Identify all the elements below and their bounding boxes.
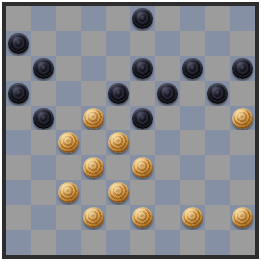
square-r1c9[interactable] <box>230 31 255 56</box>
square-r9c9[interactable] <box>230 230 255 255</box>
square-r3c8[interactable] <box>205 81 230 106</box>
square-r8c1[interactable] <box>31 205 56 230</box>
square-r1c4[interactable] <box>106 31 131 56</box>
square-r4c0[interactable] <box>6 106 31 131</box>
square-r6c4[interactable] <box>106 155 131 180</box>
square-r9c8[interactable] <box>205 230 230 255</box>
white-man-piece[interactable] <box>83 207 104 228</box>
square-r7c0[interactable] <box>6 180 31 205</box>
white-man-piece[interactable] <box>108 132 129 153</box>
black-man-piece[interactable] <box>33 108 54 129</box>
square-r2c5[interactable] <box>130 56 155 81</box>
square-r2c2[interactable] <box>56 56 81 81</box>
black-man-piece[interactable] <box>8 33 29 54</box>
black-man-piece[interactable] <box>132 8 153 29</box>
square-r9c1[interactable] <box>31 230 56 255</box>
square-r2c8[interactable] <box>205 56 230 81</box>
square-r0c9[interactable] <box>230 6 255 31</box>
square-r4c4[interactable] <box>106 106 131 131</box>
square-r7c1[interactable] <box>31 180 56 205</box>
square-r2c4[interactable] <box>106 56 131 81</box>
white-man-piece[interactable] <box>132 157 153 178</box>
square-r5c4[interactable] <box>106 130 131 155</box>
square-r2c6[interactable] <box>155 56 180 81</box>
draughts-app-window <box>0 0 261 261</box>
white-man-piece[interactable] <box>83 157 104 178</box>
white-man-piece[interactable] <box>58 132 79 153</box>
square-r4c5[interactable] <box>130 106 155 131</box>
square-r9c6[interactable] <box>155 230 180 255</box>
square-r3c2[interactable] <box>56 81 81 106</box>
square-r4c8[interactable] <box>205 106 230 131</box>
black-man-piece[interactable] <box>232 58 253 79</box>
square-r0c7[interactable] <box>180 6 205 31</box>
square-r3c6[interactable] <box>155 81 180 106</box>
square-r6c7[interactable] <box>180 155 205 180</box>
square-r8c5[interactable] <box>130 205 155 230</box>
square-r8c2[interactable] <box>56 205 81 230</box>
square-r3c9[interactable] <box>230 81 255 106</box>
square-r5c7[interactable] <box>180 130 205 155</box>
square-r8c8[interactable] <box>205 205 230 230</box>
square-r6c2[interactable] <box>56 155 81 180</box>
square-r5c0[interactable] <box>6 130 31 155</box>
square-r1c7[interactable] <box>180 31 205 56</box>
square-r8c4[interactable] <box>106 205 131 230</box>
square-r1c0[interactable] <box>6 31 31 56</box>
square-r3c4[interactable] <box>106 81 131 106</box>
square-r3c5[interactable] <box>130 81 155 106</box>
square-r0c6[interactable] <box>155 6 180 31</box>
square-r3c0[interactable] <box>6 81 31 106</box>
white-man-piece[interactable] <box>132 207 153 228</box>
square-r6c3[interactable] <box>81 155 106 180</box>
square-r0c8[interactable] <box>205 6 230 31</box>
square-r1c8[interactable] <box>205 31 230 56</box>
white-man-piece[interactable] <box>108 182 129 203</box>
square-r2c1[interactable] <box>31 56 56 81</box>
square-r0c1[interactable] <box>31 6 56 31</box>
square-r7c7[interactable] <box>180 180 205 205</box>
square-r8c0[interactable] <box>6 205 31 230</box>
square-r4c7[interactable] <box>180 106 205 131</box>
square-r0c3[interactable] <box>81 6 106 31</box>
board-frame <box>2 2 259 259</box>
square-r1c5[interactable] <box>130 31 155 56</box>
white-man-piece[interactable] <box>232 108 253 129</box>
square-r8c6[interactable] <box>155 205 180 230</box>
white-man-piece[interactable] <box>232 207 253 228</box>
square-r5c3[interactable] <box>81 130 106 155</box>
square-r6c9[interactable] <box>230 155 255 180</box>
black-man-piece[interactable] <box>132 58 153 79</box>
square-r1c6[interactable] <box>155 31 180 56</box>
black-man-piece[interactable] <box>157 83 178 104</box>
square-r0c2[interactable] <box>56 6 81 31</box>
square-r7c3[interactable] <box>81 180 106 205</box>
square-r4c3[interactable] <box>81 106 106 131</box>
white-man-piece[interactable] <box>182 207 203 228</box>
square-r0c5[interactable] <box>130 6 155 31</box>
white-man-piece[interactable] <box>58 182 79 203</box>
square-r9c2[interactable] <box>56 230 81 255</box>
black-man-piece[interactable] <box>8 83 29 104</box>
square-r3c3[interactable] <box>81 81 106 106</box>
black-man-piece[interactable] <box>33 58 54 79</box>
square-r9c5[interactable] <box>130 230 155 255</box>
square-r7c9[interactable] <box>230 180 255 205</box>
square-r2c9[interactable] <box>230 56 255 81</box>
square-r4c2[interactable] <box>56 106 81 131</box>
square-r1c1[interactable] <box>31 31 56 56</box>
square-r9c0[interactable] <box>6 230 31 255</box>
square-r8c7[interactable] <box>180 205 205 230</box>
black-man-piece[interactable] <box>108 83 129 104</box>
square-r3c1[interactable] <box>31 81 56 106</box>
square-r1c2[interactable] <box>56 31 81 56</box>
square-r7c8[interactable] <box>205 180 230 205</box>
square-r5c2[interactable] <box>56 130 81 155</box>
square-r7c6[interactable] <box>155 180 180 205</box>
square-r5c1[interactable] <box>31 130 56 155</box>
square-r5c9[interactable] <box>230 130 255 155</box>
square-r2c0[interactable] <box>6 56 31 81</box>
square-r6c0[interactable] <box>6 155 31 180</box>
black-man-piece[interactable] <box>182 58 203 79</box>
square-r1c3[interactable] <box>81 31 106 56</box>
square-r9c3[interactable] <box>81 230 106 255</box>
white-man-piece[interactable] <box>83 108 104 129</box>
square-r0c4[interactable] <box>106 6 131 31</box>
square-r6c8[interactable] <box>205 155 230 180</box>
square-r5c8[interactable] <box>205 130 230 155</box>
square-r5c6[interactable] <box>155 130 180 155</box>
square-r6c1[interactable] <box>31 155 56 180</box>
square-r2c3[interactable] <box>81 56 106 81</box>
square-r2c7[interactable] <box>180 56 205 81</box>
square-r4c9[interactable] <box>230 106 255 131</box>
square-r4c1[interactable] <box>31 106 56 131</box>
draughts-board <box>6 6 255 255</box>
square-r8c3[interactable] <box>81 205 106 230</box>
square-r7c4[interactable] <box>106 180 131 205</box>
square-r9c7[interactable] <box>180 230 205 255</box>
square-r8c9[interactable] <box>230 205 255 230</box>
square-r4c6[interactable] <box>155 106 180 131</box>
square-r3c7[interactable] <box>180 81 205 106</box>
square-r5c5[interactable] <box>130 130 155 155</box>
square-r9c4[interactable] <box>106 230 131 255</box>
square-r7c2[interactable] <box>56 180 81 205</box>
square-r0c0[interactable] <box>6 6 31 31</box>
square-r7c5[interactable] <box>130 180 155 205</box>
black-man-piece[interactable] <box>207 83 228 104</box>
square-r6c6[interactable] <box>155 155 180 180</box>
black-man-piece[interactable] <box>132 108 153 129</box>
square-r6c5[interactable] <box>130 155 155 180</box>
